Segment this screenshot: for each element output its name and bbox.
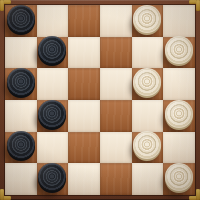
black-checker-piece[interactable] bbox=[38, 102, 66, 130]
checker-top-face bbox=[7, 68, 35, 96]
board-frame bbox=[0, 0, 200, 200]
board-square-b5[interactable] bbox=[37, 37, 69, 69]
black-checker-piece[interactable] bbox=[7, 133, 35, 161]
black-checker-piece[interactable] bbox=[38, 165, 66, 193]
gold-corner-bracket-icon bbox=[0, 0, 11, 11]
board-square-b2[interactable] bbox=[37, 132, 69, 164]
board-square-f3[interactable] bbox=[163, 100, 195, 132]
board-square-e6[interactable] bbox=[132, 5, 164, 37]
checker-top-face bbox=[165, 100, 193, 128]
black-checker-piece[interactable] bbox=[7, 7, 35, 35]
board-square-e2[interactable] bbox=[132, 132, 164, 164]
checkers-board bbox=[5, 5, 195, 195]
gold-corner-bracket-icon bbox=[0, 189, 11, 200]
checker-top-face bbox=[38, 36, 66, 64]
checker-top-face bbox=[133, 5, 161, 33]
white-checker-piece[interactable] bbox=[133, 7, 161, 35]
checker-top-face bbox=[7, 5, 35, 33]
board-square-c2[interactable] bbox=[68, 132, 100, 164]
checker-top-face bbox=[165, 36, 193, 64]
checker-top-face bbox=[7, 131, 35, 159]
board-square-e4[interactable] bbox=[132, 68, 164, 100]
board-square-d6[interactable] bbox=[100, 5, 132, 37]
board-square-d1[interactable] bbox=[100, 163, 132, 195]
board-square-f4[interactable] bbox=[163, 68, 195, 100]
white-checker-piece[interactable] bbox=[133, 70, 161, 98]
board-square-e1[interactable] bbox=[132, 163, 164, 195]
white-checker-piece[interactable] bbox=[165, 38, 193, 66]
board-square-e3[interactable] bbox=[132, 100, 164, 132]
checkers-game-screen bbox=[0, 0, 200, 200]
board-square-b1[interactable] bbox=[37, 163, 69, 195]
gold-corner-bracket-icon bbox=[189, 189, 200, 200]
checker-top-face bbox=[38, 100, 66, 128]
gold-corner-bracket-icon bbox=[189, 0, 200, 11]
checker-top-face bbox=[165, 163, 193, 191]
board-square-b4[interactable] bbox=[37, 68, 69, 100]
board-square-b3[interactable] bbox=[37, 100, 69, 132]
board-square-d4[interactable] bbox=[100, 68, 132, 100]
board-square-a5[interactable] bbox=[5, 37, 37, 69]
board-square-f5[interactable] bbox=[163, 37, 195, 69]
board-square-c3[interactable] bbox=[68, 100, 100, 132]
board-square-c5[interactable] bbox=[68, 37, 100, 69]
board-square-d3[interactable] bbox=[100, 100, 132, 132]
board-square-a4[interactable] bbox=[5, 68, 37, 100]
board-square-c1[interactable] bbox=[68, 163, 100, 195]
board-square-e5[interactable] bbox=[132, 37, 164, 69]
checker-top-face bbox=[38, 163, 66, 191]
board-square-d2[interactable] bbox=[100, 132, 132, 164]
board-square-c6[interactable] bbox=[68, 5, 100, 37]
board-square-a2[interactable] bbox=[5, 132, 37, 164]
checker-top-face bbox=[133, 131, 161, 159]
white-checker-piece[interactable] bbox=[133, 133, 161, 161]
white-checker-piece[interactable] bbox=[165, 102, 193, 130]
checker-top-face bbox=[133, 68, 161, 96]
black-checker-piece[interactable] bbox=[38, 38, 66, 66]
board-square-f2[interactable] bbox=[163, 132, 195, 164]
black-checker-piece[interactable] bbox=[7, 70, 35, 98]
board-square-a3[interactable] bbox=[5, 100, 37, 132]
board-square-b6[interactable] bbox=[37, 5, 69, 37]
board-square-d5[interactable] bbox=[100, 37, 132, 69]
board-square-c4[interactable] bbox=[68, 68, 100, 100]
